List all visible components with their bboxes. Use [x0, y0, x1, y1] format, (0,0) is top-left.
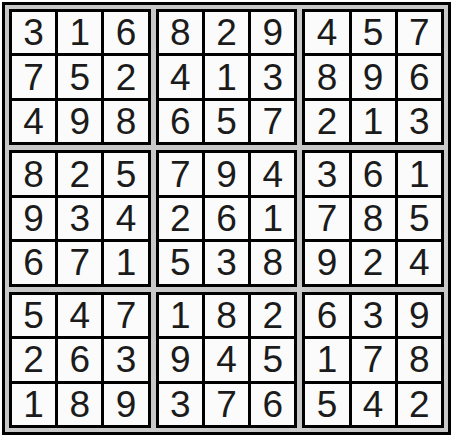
cell-r8c3[interactable]: 3: [104, 339, 147, 380]
cell-r4c7[interactable]: 3: [305, 153, 348, 194]
cell-r7c4[interactable]: 1: [159, 295, 202, 336]
cell-r8c9[interactable]: 8: [398, 339, 441, 380]
cell-r3c6[interactable]: 7: [251, 101, 294, 142]
cell-r2c9[interactable]: 6: [398, 56, 441, 97]
cell-r3c2[interactable]: 9: [58, 101, 101, 142]
cell-r1c6[interactable]: 9: [251, 12, 294, 53]
cell-r1c2[interactable]: 1: [58, 12, 101, 53]
cell-r2c8[interactable]: 9: [352, 56, 395, 97]
cell-r2c4[interactable]: 4: [159, 56, 202, 97]
cell-r6c9[interactable]: 4: [398, 242, 441, 283]
cell-r7c1[interactable]: 5: [12, 295, 55, 336]
cell-r1c5[interactable]: 2: [205, 12, 248, 53]
cell-r4c8[interactable]: 6: [352, 153, 395, 194]
cell-r9c6[interactable]: 6: [251, 384, 294, 425]
cell-r1c9[interactable]: 7: [398, 12, 441, 53]
cell-r3c4[interactable]: 6: [159, 101, 202, 142]
sudoku-page: 3167524988294136574578962138259346717942…: [0, 0, 453, 437]
cell-r7c7[interactable]: 6: [305, 295, 348, 336]
box-r1c2: 829413657: [156, 9, 298, 145]
cell-r7c8[interactable]: 3: [352, 295, 395, 336]
cell-r5c1[interactable]: 9: [12, 198, 55, 239]
cell-r2c3[interactable]: 2: [104, 56, 147, 97]
cell-r2c2[interactable]: 5: [58, 56, 101, 97]
cell-r5c7[interactable]: 7: [305, 198, 348, 239]
cell-r4c6[interactable]: 4: [251, 153, 294, 194]
cell-r2c1[interactable]: 7: [12, 56, 55, 97]
cell-r5c3[interactable]: 4: [104, 198, 147, 239]
cell-r7c3[interactable]: 7: [104, 295, 147, 336]
cell-r3c8[interactable]: 1: [352, 101, 395, 142]
box-r2c3: 361785924: [302, 150, 444, 286]
cell-r3c1[interactable]: 4: [12, 101, 55, 142]
box-r3c3: 639178542: [302, 292, 444, 428]
cell-r4c2[interactable]: 2: [58, 153, 101, 194]
cell-r4c3[interactable]: 5: [104, 153, 147, 194]
cell-r2c7[interactable]: 8: [305, 56, 348, 97]
box-r2c1: 825934671: [9, 150, 151, 286]
cell-r9c4[interactable]: 3: [159, 384, 202, 425]
cell-r3c7[interactable]: 2: [305, 101, 348, 142]
cell-r8c1[interactable]: 2: [12, 339, 55, 380]
cell-r5c9[interactable]: 5: [398, 198, 441, 239]
cell-r4c9[interactable]: 1: [398, 153, 441, 194]
cell-r6c5[interactable]: 3: [205, 242, 248, 283]
sudoku-box-grid: 3167524988294136574578962138259346717942…: [9, 9, 444, 428]
cell-r1c3[interactable]: 6: [104, 12, 147, 53]
cell-r9c2[interactable]: 8: [58, 384, 101, 425]
cell-r5c6[interactable]: 1: [251, 198, 294, 239]
box-r3c1: 547263189: [9, 292, 151, 428]
box-r2c2: 794261538: [156, 150, 298, 286]
cell-r9c5[interactable]: 7: [205, 384, 248, 425]
cell-r8c7[interactable]: 1: [305, 339, 348, 380]
cell-r6c4[interactable]: 5: [159, 242, 202, 283]
cell-r2c5[interactable]: 1: [205, 56, 248, 97]
cell-r5c2[interactable]: 3: [58, 198, 101, 239]
cell-r8c2[interactable]: 6: [58, 339, 101, 380]
cell-r5c5[interactable]: 6: [205, 198, 248, 239]
cell-r6c1[interactable]: 6: [12, 242, 55, 283]
cell-r7c2[interactable]: 4: [58, 295, 101, 336]
box-r1c1: 316752498: [9, 9, 151, 145]
cell-r7c6[interactable]: 2: [251, 295, 294, 336]
cell-r8c8[interactable]: 7: [352, 339, 395, 380]
cell-r6c7[interactable]: 9: [305, 242, 348, 283]
cell-r9c3[interactable]: 9: [104, 384, 147, 425]
cell-r6c3[interactable]: 1: [104, 242, 147, 283]
cell-r9c1[interactable]: 1: [12, 384, 55, 425]
cell-r4c4[interactable]: 7: [159, 153, 202, 194]
cell-r9c7[interactable]: 5: [305, 384, 348, 425]
cell-r2c6[interactable]: 3: [251, 56, 294, 97]
cell-r8c5[interactable]: 4: [205, 339, 248, 380]
cell-r4c1[interactable]: 8: [12, 153, 55, 194]
cell-r6c2[interactable]: 7: [58, 242, 101, 283]
cell-r1c7[interactable]: 4: [305, 12, 348, 53]
cell-r9c9[interactable]: 2: [398, 384, 441, 425]
cell-r8c4[interactable]: 9: [159, 339, 202, 380]
box-r1c3: 457896213: [302, 9, 444, 145]
sudoku-board: 3167524988294136574578962138259346717942…: [2, 2, 451, 435]
cell-r3c3[interactable]: 8: [104, 101, 147, 142]
cell-r9c8[interactable]: 4: [352, 384, 395, 425]
cell-r3c5[interactable]: 5: [205, 101, 248, 142]
cell-r6c6[interactable]: 8: [251, 242, 294, 283]
cell-r3c9[interactable]: 3: [398, 101, 441, 142]
cell-r1c1[interactable]: 3: [12, 12, 55, 53]
cell-r5c8[interactable]: 8: [352, 198, 395, 239]
cell-r8c6[interactable]: 5: [251, 339, 294, 380]
cell-r1c8[interactable]: 5: [352, 12, 395, 53]
cell-r7c5[interactable]: 8: [205, 295, 248, 336]
cell-r1c4[interactable]: 8: [159, 12, 202, 53]
cell-r7c9[interactable]: 9: [398, 295, 441, 336]
cell-r6c8[interactable]: 2: [352, 242, 395, 283]
cell-r4c5[interactable]: 9: [205, 153, 248, 194]
box-r3c2: 182945376: [156, 292, 298, 428]
cell-r5c4[interactable]: 2: [159, 198, 202, 239]
